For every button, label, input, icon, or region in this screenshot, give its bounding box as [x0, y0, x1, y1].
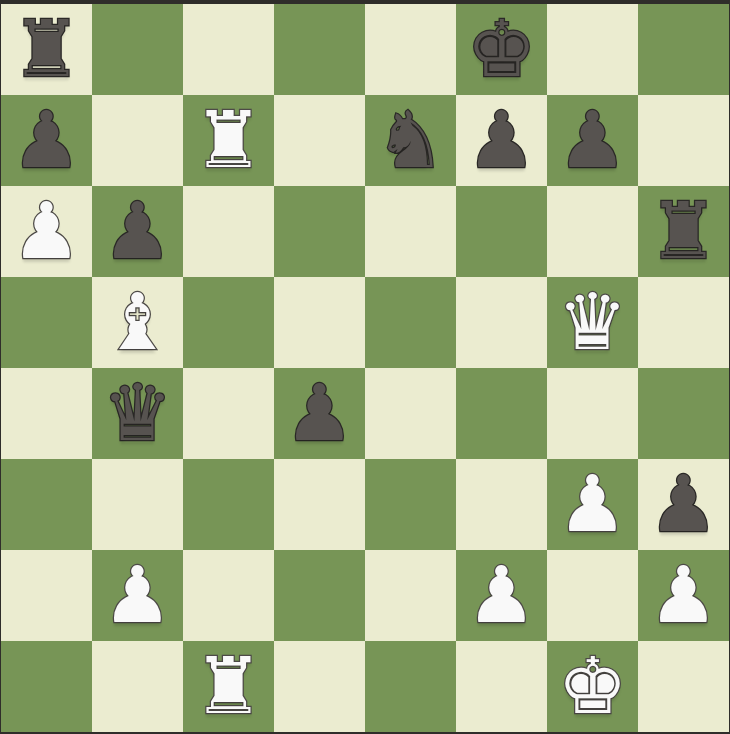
- square-c3[interactable]: [183, 459, 274, 550]
- black-rook[interactable]: ♜: [649, 186, 719, 277]
- white-queen[interactable]: ♛: [558, 277, 628, 368]
- square-h3[interactable]: ♟: [638, 459, 729, 550]
- white-bishop[interactable]: ♝: [103, 277, 173, 368]
- square-f8[interactable]: ♚: [456, 4, 547, 95]
- square-g7[interactable]: ♟: [547, 95, 638, 186]
- square-a1[interactable]: [1, 641, 92, 732]
- black-pawn[interactable]: ♟: [558, 95, 628, 186]
- square-g1[interactable]: ♚: [547, 641, 638, 732]
- square-d3[interactable]: [274, 459, 365, 550]
- square-h2[interactable]: ♟: [638, 550, 729, 641]
- white-pawn[interactable]: ♟: [103, 550, 173, 641]
- board-frame: ♜♚♟♜♞♟♟♟♟♜♝♛♛♟♟♟♟♟♟♜♚: [0, 4, 730, 734]
- square-a6[interactable]: ♟: [1, 186, 92, 277]
- black-queen[interactable]: ♛: [103, 368, 173, 459]
- square-b4[interactable]: ♛: [92, 368, 183, 459]
- square-h1[interactable]: [638, 641, 729, 732]
- white-pawn[interactable]: ♟: [649, 550, 719, 641]
- square-d8[interactable]: [274, 4, 365, 95]
- square-h8[interactable]: [638, 4, 729, 95]
- square-e8[interactable]: [365, 4, 456, 95]
- square-g5[interactable]: ♛: [547, 277, 638, 368]
- black-pawn[interactable]: ♟: [649, 459, 719, 550]
- square-f7[interactable]: ♟: [456, 95, 547, 186]
- square-e1[interactable]: [365, 641, 456, 732]
- square-b1[interactable]: [92, 641, 183, 732]
- square-h7[interactable]: [638, 95, 729, 186]
- square-a4[interactable]: [1, 368, 92, 459]
- square-b2[interactable]: ♟: [92, 550, 183, 641]
- black-pawn[interactable]: ♟: [467, 95, 537, 186]
- square-c2[interactable]: [183, 550, 274, 641]
- black-pawn[interactable]: ♟: [12, 95, 82, 186]
- square-a7[interactable]: ♟: [1, 95, 92, 186]
- black-pawn[interactable]: ♟: [285, 368, 355, 459]
- square-e2[interactable]: [365, 550, 456, 641]
- black-pawn[interactable]: ♟: [103, 186, 173, 277]
- square-a3[interactable]: [1, 459, 92, 550]
- square-g6[interactable]: [547, 186, 638, 277]
- square-a8[interactable]: ♜: [1, 4, 92, 95]
- square-c8[interactable]: [183, 4, 274, 95]
- square-h4[interactable]: [638, 368, 729, 459]
- square-d5[interactable]: [274, 277, 365, 368]
- square-d2[interactable]: [274, 550, 365, 641]
- square-h6[interactable]: ♜: [638, 186, 729, 277]
- white-rook[interactable]: ♜: [194, 641, 264, 732]
- square-c7[interactable]: ♜: [183, 95, 274, 186]
- white-king[interactable]: ♚: [558, 641, 628, 732]
- square-b8[interactable]: [92, 4, 183, 95]
- square-f3[interactable]: [456, 459, 547, 550]
- square-e7[interactable]: ♞: [365, 95, 456, 186]
- chess-board: ♜♚♟♜♞♟♟♟♟♜♝♛♛♟♟♟♟♟♟♜♚: [1, 4, 729, 732]
- square-g8[interactable]: [547, 4, 638, 95]
- square-c5[interactable]: [183, 277, 274, 368]
- square-d1[interactable]: [274, 641, 365, 732]
- square-e3[interactable]: [365, 459, 456, 550]
- square-f5[interactable]: [456, 277, 547, 368]
- square-g2[interactable]: [547, 550, 638, 641]
- black-knight[interactable]: ♞: [376, 95, 446, 186]
- black-rook[interactable]: ♜: [12, 4, 82, 95]
- square-e4[interactable]: [365, 368, 456, 459]
- square-g3[interactable]: ♟: [547, 459, 638, 550]
- square-b7[interactable]: [92, 95, 183, 186]
- white-rook[interactable]: ♜: [194, 95, 264, 186]
- white-pawn[interactable]: ♟: [558, 459, 628, 550]
- square-g4[interactable]: [547, 368, 638, 459]
- square-c1[interactable]: ♜: [183, 641, 274, 732]
- square-e5[interactable]: [365, 277, 456, 368]
- square-b5[interactable]: ♝: [92, 277, 183, 368]
- square-f4[interactable]: [456, 368, 547, 459]
- square-b3[interactable]: [92, 459, 183, 550]
- square-h5[interactable]: [638, 277, 729, 368]
- square-f1[interactable]: [456, 641, 547, 732]
- square-e6[interactable]: [365, 186, 456, 277]
- square-c6[interactable]: [183, 186, 274, 277]
- square-f6[interactable]: [456, 186, 547, 277]
- black-king[interactable]: ♚: [467, 4, 537, 95]
- white-pawn[interactable]: ♟: [12, 186, 82, 277]
- square-a5[interactable]: [1, 277, 92, 368]
- square-a2[interactable]: [1, 550, 92, 641]
- square-d6[interactable]: [274, 186, 365, 277]
- white-pawn[interactable]: ♟: [467, 550, 537, 641]
- square-d7[interactable]: [274, 95, 365, 186]
- square-f2[interactable]: ♟: [456, 550, 547, 641]
- square-d4[interactable]: ♟: [274, 368, 365, 459]
- square-c4[interactable]: [183, 368, 274, 459]
- square-b6[interactable]: ♟: [92, 186, 183, 277]
